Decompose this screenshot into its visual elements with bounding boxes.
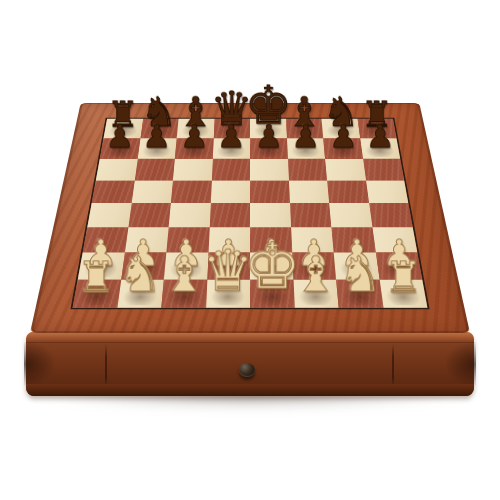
square-d7[interactable]: ♟: [212, 138, 250, 159]
right-side-cutout: [446, 342, 476, 386]
black-pawn-g7[interactable]: ♟: [329, 121, 358, 153]
black-pawn-b7[interactable]: ♟: [143, 121, 172, 153]
drawer-knob[interactable]: [239, 363, 255, 377]
square-d6[interactable]: [211, 159, 250, 181]
box-base-molding: [26, 384, 474, 396]
square-a7[interactable]: ♟: [100, 138, 140, 159]
square-c4[interactable]: [169, 203, 211, 227]
white-bishop-f1[interactable]: ♝: [294, 250, 338, 299]
chess-set-photo: ♜♞♝♛♚♝♞♜♟♟♟♟♟♟♟♟♟♟♟♟♟♟♟♟♜♞♝♛♚♝♞♜: [0, 0, 500, 500]
board-top-surface: ♜♞♝♛♚♝♞♜♟♟♟♟♟♟♟♟♟♟♟♟♟♟♟♟♜♞♝♛♚♝♞♜: [30, 103, 470, 333]
drawer-seam-right: [392, 344, 394, 386]
square-f4[interactable]: [290, 203, 332, 227]
square-d4[interactable]: [209, 203, 250, 227]
square-g7[interactable]: ♟: [323, 138, 362, 159]
square-c7[interactable]: ♟: [175, 138, 213, 159]
square-a5[interactable]: [92, 180, 135, 203]
square-c6[interactable]: [173, 159, 213, 181]
left-side-cutout: [24, 342, 54, 386]
square-a6[interactable]: [96, 159, 137, 181]
chess-board: ♜♞♝♛♚♝♞♜♟♟♟♟♟♟♟♟♟♟♟♟♟♟♟♟♜♞♝♛♚♝♞♜: [70, 118, 429, 309]
white-bishop-c1[interactable]: ♝: [162, 250, 206, 299]
drawer-seam-left: [105, 344, 107, 386]
square-a1[interactable]: ♜: [73, 279, 121, 307]
board-frame: ♜♞♝♛♚♝♞♜♟♟♟♟♟♟♟♟♟♟♟♟♟♟♟♟♜♞♝♛♚♝♞♜: [30, 103, 470, 333]
square-b6[interactable]: [134, 159, 175, 181]
square-b1[interactable]: ♞: [117, 279, 164, 307]
black-pawn-h7[interactable]: ♟: [366, 121, 395, 153]
square-g6[interactable]: [325, 159, 366, 181]
square-h7[interactable]: ♟: [360, 138, 400, 159]
square-d5[interactable]: [210, 180, 250, 203]
square-c1[interactable]: ♝: [161, 279, 207, 307]
box-top-molding: [26, 332, 474, 343]
board-grid: ♜♞♝♛♚♝♞♜♟♟♟♟♟♟♟♟♟♟♟♟♟♟♟♟♜♞♝♛♚♝♞♜: [73, 119, 428, 308]
black-pawn-c7[interactable]: ♟: [180, 121, 209, 153]
square-g1[interactable]: ♞: [336, 279, 383, 307]
black-pawn-d7[interactable]: ♟: [217, 121, 246, 153]
square-f7[interactable]: ♟: [287, 138, 325, 159]
square-c5[interactable]: [171, 180, 212, 203]
black-pawn-e7[interactable]: ♟: [254, 121, 283, 153]
white-rook-a1[interactable]: ♜: [77, 257, 115, 300]
square-e1[interactable]: ♚: [250, 279, 294, 307]
square-a4[interactable]: [87, 203, 131, 227]
black-pawn-f7[interactable]: ♟: [292, 121, 321, 153]
chess-box-front: [26, 332, 474, 396]
square-b7[interactable]: ♟: [137, 138, 176, 159]
white-king-e1[interactable]: ♚: [243, 235, 300, 299]
square-h5[interactable]: [366, 180, 409, 203]
square-e4[interactable]: [250, 203, 291, 227]
square-h4[interactable]: [369, 203, 413, 227]
white-rook-h1[interactable]: ♜: [385, 257, 423, 300]
square-h1[interactable]: ♜: [379, 279, 427, 307]
square-f6[interactable]: [288, 159, 328, 181]
white-knight-g1[interactable]: ♞: [338, 250, 382, 299]
square-e5[interactable]: [250, 180, 290, 203]
square-g4[interactable]: [329, 203, 372, 227]
square-e6[interactable]: [250, 159, 289, 181]
square-f1[interactable]: ♝: [293, 279, 339, 307]
square-b5[interactable]: [131, 180, 173, 203]
square-b4[interactable]: [128, 203, 171, 227]
black-pawn-a7[interactable]: ♟: [105, 121, 134, 153]
square-h6[interactable]: [363, 159, 404, 181]
square-e7[interactable]: ♟: [250, 138, 288, 159]
square-g5[interactable]: [327, 180, 369, 203]
white-knight-b1[interactable]: ♞: [118, 250, 162, 299]
square-f5[interactable]: [289, 180, 330, 203]
